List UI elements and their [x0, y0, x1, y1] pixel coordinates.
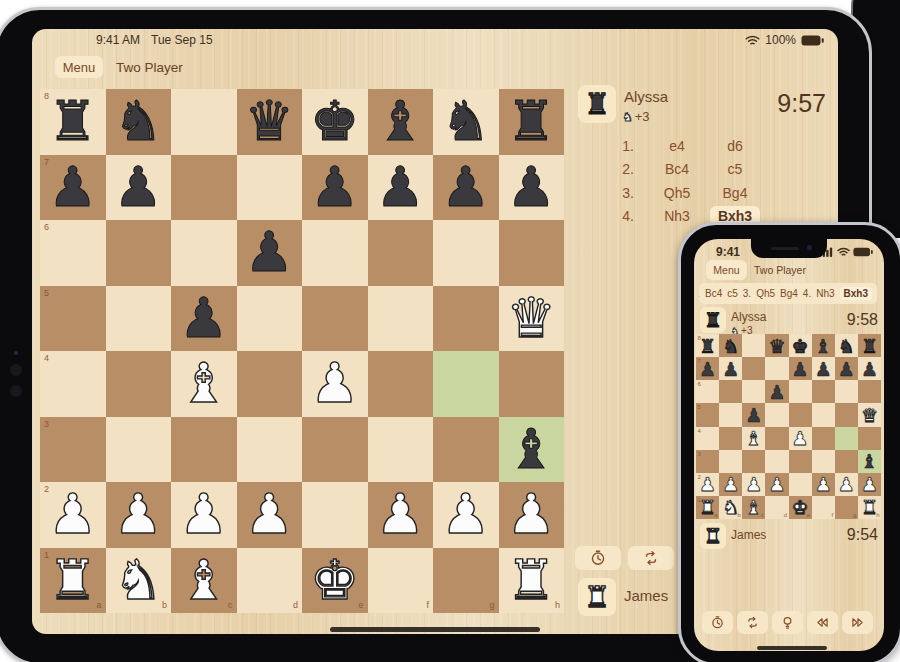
ipad-square-h4[interactable]	[499, 351, 565, 417]
iphone-square-a3[interactable]: 3	[696, 450, 719, 473]
iphone-square-a8[interactable]: 8♜	[696, 334, 719, 357]
move-number: 2.	[592, 161, 648, 177]
move-row: 1.e4d6	[592, 134, 764, 158]
ipad-square-c4[interactable]: ♝	[171, 351, 237, 417]
rank-label: 5	[44, 289, 49, 298]
ipad-square-e5[interactable]	[302, 286, 368, 352]
black-rook-piece: ♜	[696, 334, 719, 358]
white-pawn-piece: ♟	[765, 473, 788, 497]
black-knight-piece: ♞	[106, 89, 172, 159]
move-number: 4.	[803, 288, 811, 299]
iphone-square-e2[interactable]	[789, 473, 812, 496]
iphone-square-f7[interactable]: ♟	[812, 357, 835, 380]
white-rook-piece: ♜	[40, 548, 106, 618]
black-pawn-piece: ♟	[171, 286, 237, 356]
flip-board-button[interactable]	[628, 546, 674, 570]
white-knight-piece: ♞	[106, 548, 172, 618]
speaker-icon	[771, 247, 799, 250]
iphone-square-e8[interactable]: ♚	[789, 334, 812, 357]
wifi-icon	[745, 35, 760, 46]
file-label: f	[426, 601, 429, 610]
black-pawn-piece: ♟	[812, 357, 835, 381]
iphone-square-b4[interactable]	[719, 427, 742, 450]
battery-percent: 100%	[765, 33, 796, 47]
black-pawn-piece: ♟	[835, 357, 858, 381]
rank-label: 6	[44, 223, 49, 232]
iphone-square-d3[interactable]	[765, 450, 788, 473]
black-knight-piece: ♞	[835, 334, 858, 358]
black-player-name: Alyssa	[624, 88, 668, 105]
ipad-square-e1[interactable]: e♚	[302, 548, 368, 614]
ipad-square-c6[interactable]	[171, 220, 237, 286]
ipad-square-d2[interactable]: ♟	[237, 482, 303, 548]
iphone-square-e6[interactable]	[789, 380, 812, 403]
ipad-square-f7[interactable]: ♟	[368, 155, 434, 221]
iphone-square-b3[interactable]	[719, 450, 742, 473]
iphone-square-e4[interactable]: ♟	[789, 427, 812, 450]
ipad-square-b7[interactable]: ♟	[106, 155, 172, 221]
white-pawn-piece: ♟	[237, 482, 303, 552]
rank-label: 4	[44, 354, 49, 363]
page-title: Two Player	[116, 60, 183, 75]
black-pawn-piece: ♟	[106, 155, 172, 225]
white-pawn-piece: ♟	[368, 482, 434, 552]
timer-button[interactable]	[575, 546, 621, 570]
iphone-square-e3[interactable]	[789, 450, 812, 473]
iphone-square-d8[interactable]: ♛	[765, 334, 788, 357]
ipad-square-c3[interactable]	[171, 417, 237, 483]
iphone-square-h7[interactable]: ♟	[858, 357, 881, 380]
move-number: 3.	[743, 288, 751, 299]
move-row: 2.Bc4c5	[592, 158, 764, 182]
menu-button[interactable]: Menu	[706, 260, 747, 280]
clock-icon	[589, 549, 607, 567]
material-advantage: ♞ +3	[622, 109, 650, 124]
black-player-avatar: ♜	[578, 85, 616, 123]
ipad-status-bar-left: 9:41 AM Tue Sep 15	[96, 33, 213, 47]
file-label: g	[489, 601, 494, 610]
white-king-piece: ♚	[789, 496, 812, 520]
iphone-square-g4[interactable]	[835, 427, 858, 450]
ipad-square-h8[interactable]: ♜	[499, 89, 565, 155]
rank-label: 6	[698, 381, 701, 387]
black-bishop-piece: ♝	[812, 334, 835, 358]
iphone-square-h1[interactable]: h♜	[858, 496, 881, 519]
file-label: d	[293, 601, 298, 610]
iphone-square-a5[interactable]: 5	[696, 403, 719, 426]
iphone-square-a6[interactable]: 6	[696, 380, 719, 403]
black-pawn-piece: ♟	[302, 155, 368, 225]
iphone-square-g1[interactable]: g	[835, 496, 858, 519]
flip-icon	[745, 615, 760, 630]
iphone-chess-board: 8♜♞♛♚♝♞♜7♟♟♟♟♟♟6♟5♟♛4♝♟3♝2♟♟♟♟♟♟♟1a♜b♞c♝…	[696, 334, 881, 519]
white-bishop-piece: ♝	[742, 496, 765, 520]
white-pawn-piece: ♟	[789, 427, 812, 451]
iphone-move-strip[interactable]: 1.e4d62.Bc4c53.Qh5Bg44.Nh3Bxh3	[699, 283, 877, 304]
flip-board-button[interactable]	[737, 611, 768, 634]
black-pawn-piece: ♟	[696, 357, 719, 381]
ipad-status-bar-right: 100%	[745, 33, 824, 47]
ipad-square-f4[interactable]	[368, 351, 434, 417]
ipad-square-a5[interactable]: 5	[40, 286, 106, 352]
iphone-square-a7[interactable]: 7♟	[696, 357, 719, 380]
move-black[interactable]: d6	[706, 138, 764, 154]
iphone-square-b8[interactable]: ♞	[719, 334, 742, 357]
white-queen-piece: ♛	[499, 286, 565, 356]
white-pawn-piece: ♟	[719, 473, 742, 497]
white-bishop-piece: ♝	[742, 427, 765, 451]
ipad-square-f6[interactable]	[368, 220, 434, 286]
iphone-square-g5[interactable]	[835, 403, 858, 426]
white-rook-piece: ♜	[858, 496, 881, 520]
white-bishop-piece: ♝	[171, 351, 237, 421]
black-queen-piece: ♛	[765, 334, 788, 358]
iphone-square-e7[interactable]: ♟	[789, 357, 812, 380]
ipad-square-d5[interactable]	[237, 286, 303, 352]
ipad-square-d3[interactable]	[237, 417, 303, 483]
move-number: 4.	[592, 208, 648, 224]
ipad-square-f5[interactable]	[368, 286, 434, 352]
white-knight-piece: ♞	[719, 496, 742, 520]
iphone-square-d6[interactable]: ♟	[765, 380, 788, 403]
black-player-name: Alyssa	[731, 310, 766, 324]
black-player-avatar: ♜	[700, 307, 726, 333]
ipad-home-indicator[interactable]	[330, 627, 540, 632]
rank-label: 3	[698, 451, 701, 457]
ipad-square-g7[interactable]: ♟	[433, 155, 499, 221]
ipad-square-b2[interactable]: ♟	[106, 482, 172, 548]
clock-icon	[710, 615, 725, 630]
rank-label: 5	[698, 404, 701, 410]
camera-lens-icon	[14, 351, 18, 355]
file-label: g	[853, 512, 856, 518]
iphone-square-d4[interactable]	[765, 427, 788, 450]
iphone-square-c1[interactable]: c♝	[742, 496, 765, 519]
iphone-square-f3[interactable]	[812, 450, 835, 473]
iphone-square-b7[interactable]: ♟	[719, 357, 742, 380]
ipad-square-h7[interactable]: ♟	[499, 155, 565, 221]
iphone-square-c6[interactable]	[742, 380, 765, 403]
iphone-home-indicator[interactable]	[757, 646, 827, 650]
iphone-square-d1[interactable]: d	[765, 496, 788, 519]
ipad-square-h2[interactable]: ♟	[499, 482, 565, 548]
iphone-move-strip-text: 1.e4d62.Bc4c53.Qh5Bg44.Nh3Bxh3	[699, 283, 872, 304]
camera-dot-icon	[10, 385, 22, 397]
iphone-square-g2[interactable]: ♟	[835, 473, 858, 496]
move-san[interactable]: c5	[727, 288, 738, 299]
ipad-square-g6[interactable]	[433, 220, 499, 286]
white-player-name: James	[624, 587, 668, 604]
battery-icon	[801, 35, 824, 46]
black-king-piece: ♚	[302, 89, 368, 159]
white-pawn-piece: ♟	[696, 473, 719, 497]
white-pawn-piece: ♟	[106, 482, 172, 552]
ipad-square-a2[interactable]: 2♟	[40, 482, 106, 548]
iphone-square-c7[interactable]	[742, 357, 765, 380]
move-white[interactable]: Qh5	[648, 185, 706, 201]
iphone-square-f4[interactable]	[812, 427, 835, 450]
iphone-square-b5[interactable]	[719, 403, 742, 426]
white-pawn-piece: ♟	[433, 482, 499, 552]
ipad-square-a1[interactable]: 1a♜	[40, 548, 106, 614]
move-number: 3.	[592, 185, 648, 201]
iphone-square-f8[interactable]: ♝	[812, 334, 835, 357]
flip-icon	[642, 549, 660, 567]
camera-lens-icon	[807, 245, 812, 250]
status-time: 9:41 AM	[96, 33, 140, 47]
ipad-square-a8[interactable]: 8♜	[40, 89, 106, 155]
ipad-square-c7[interactable]	[171, 155, 237, 221]
black-pawn-piece: ♟	[40, 155, 106, 225]
timer-button[interactable]	[702, 611, 733, 634]
white-pawn-piece: ♟	[302, 351, 368, 421]
black-pawn-piece: ♟	[368, 155, 434, 225]
iphone-square-c8[interactable]	[742, 334, 765, 357]
menu-button[interactable]: Menu	[55, 56, 103, 78]
hint-button[interactable]	[772, 611, 803, 634]
ipad-square-d6[interactable]: ♟	[237, 220, 303, 286]
white-queen-piece: ♛	[858, 403, 881, 427]
iphone-square-f1[interactable]: f	[812, 496, 835, 519]
white-pawn-piece: ♟	[812, 473, 835, 497]
page-title: Two Player	[754, 264, 806, 276]
white-pawn-piece: ♟	[835, 473, 858, 497]
scene: 9:41 AM Tue Sep 15 100% Menu Tw	[0, 0, 900, 662]
black-king-piece: ♚	[789, 334, 812, 358]
camera-dot-icon	[10, 364, 22, 376]
ipad-square-f1[interactable]: f	[368, 548, 434, 614]
move-san[interactable]: Bg4	[780, 288, 798, 299]
iphone-square-f5[interactable]	[812, 403, 835, 426]
rank-label: 3	[44, 420, 49, 429]
ipad-square-h6[interactable]	[499, 220, 565, 286]
ipad-square-g1[interactable]: g	[433, 548, 499, 614]
advantage-value: +3	[635, 109, 650, 124]
iphone-toolbar	[702, 611, 873, 634]
ipad-square-e4[interactable]: ♟	[302, 351, 368, 417]
iphone-square-b1[interactable]: b♞	[719, 496, 742, 519]
white-player-clock: 9:54	[847, 526, 878, 544]
iphone-square-h3[interactable]: ♝	[858, 450, 881, 473]
ipad-square-h1[interactable]: h♜	[499, 548, 565, 614]
white-player-name: James	[731, 528, 766, 542]
ipad-front-camera	[10, 351, 24, 406]
iphone-square-g3[interactable]	[835, 450, 858, 473]
status-time: 9:41	[716, 245, 740, 259]
ipad-square-g5[interactable]	[433, 286, 499, 352]
wifi-icon	[837, 247, 850, 257]
white-king-piece: ♚	[302, 548, 368, 618]
rank-label: 4	[698, 428, 701, 434]
ipad-square-c8[interactable]	[171, 89, 237, 155]
iphone-square-g6[interactable]	[835, 380, 858, 403]
battery-icon	[853, 247, 873, 257]
ipad-square-d1[interactable]: d	[237, 548, 303, 614]
black-pawn-piece: ♟	[858, 357, 881, 381]
black-rook-piece: ♜	[499, 89, 565, 159]
iphone-square-d7[interactable]	[765, 357, 788, 380]
iphone-square-c3[interactable]	[742, 450, 765, 473]
white-pawn-piece: ♟	[40, 482, 106, 552]
iphone-square-a2[interactable]: 2♟	[696, 473, 719, 496]
iphone-square-a1[interactable]: 1a♜	[696, 496, 719, 519]
black-pawn-piece: ♟	[499, 155, 565, 225]
move-san[interactable]: Nh3	[816, 288, 834, 299]
move-row: 3.Qh5Bg4	[592, 181, 764, 205]
ipad-square-d4[interactable]	[237, 351, 303, 417]
white-pawn-piece: ♟	[742, 473, 765, 497]
iphone-square-h6[interactable]	[858, 380, 881, 403]
ipad-move-list: 1.e4d62.Bc4c53.Qh5Bg44.Nh3Bxh3	[592, 134, 764, 228]
ipad-chess-board: 8♜♞♛♚♝♞♜7♟♟♟♟♟♟6♟5♟♛4♝♟3♝2♟♟♟♟♟♟♟1a♜b♞c♝…	[40, 89, 564, 613]
ipad-square-e3[interactable]	[302, 417, 368, 483]
rewind-button[interactable]	[807, 611, 838, 634]
ipad-square-d8[interactable]: ♛	[237, 89, 303, 155]
black-queen-piece: ♛	[237, 89, 303, 159]
ipad-square-b3[interactable]	[106, 417, 172, 483]
iphone-square-g8[interactable]: ♞	[835, 334, 858, 357]
black-bishop-piece: ♝	[499, 417, 565, 487]
move-white[interactable]: e4	[648, 138, 706, 154]
ipad-square-a7[interactable]: 7♟	[40, 155, 106, 221]
ipad-square-e8[interactable]: ♚	[302, 89, 368, 155]
black-pawn-piece: ♟	[765, 380, 788, 404]
white-pawn-piece: ♟	[499, 482, 565, 552]
ipad-square-g4[interactable]	[433, 351, 499, 417]
ipad-square-c2[interactable]: ♟	[171, 482, 237, 548]
white-player-avatar: ♜	[700, 523, 726, 549]
iphone-square-g7[interactable]: ♟	[835, 357, 858, 380]
ipad-square-e7[interactable]: ♟	[302, 155, 368, 221]
knight-icon: ♞	[622, 110, 633, 124]
move-san[interactable]: Qh5	[756, 288, 775, 299]
ipad-square-b6[interactable]	[106, 220, 172, 286]
black-rook-piece: ♜	[40, 89, 106, 159]
file-label: f	[832, 512, 834, 518]
iphone-square-b6[interactable]	[719, 380, 742, 403]
ipad-square-a3[interactable]: 3	[40, 417, 106, 483]
ipad-square-e6[interactable]	[302, 220, 368, 286]
iphone-status-bar-right	[819, 247, 873, 257]
iphone-device: 9:41	[678, 222, 900, 662]
ipad-square-b5[interactable]	[106, 286, 172, 352]
ipad-square-g8[interactable]: ♞	[433, 89, 499, 155]
move-san[interactable]: Bc4	[705, 288, 722, 299]
move-number: 2.	[699, 288, 700, 299]
iphone-square-h4[interactable]	[858, 427, 881, 450]
ipad-square-f2[interactable]: ♟	[368, 482, 434, 548]
move-black[interactable]: c5	[706, 161, 764, 177]
black-knight-piece: ♞	[433, 89, 499, 159]
ipad-square-a6[interactable]: 6	[40, 220, 106, 286]
ipad-square-e2[interactable]	[302, 482, 368, 548]
move-number: 1.	[592, 138, 648, 154]
iphone-screen: 9:41	[694, 239, 884, 651]
ipad-square-b4[interactable]	[106, 351, 172, 417]
black-rook-piece: ♜	[858, 334, 881, 358]
status-date: Tue Sep 15	[151, 33, 213, 47]
iphone-square-c2[interactable]: ♟	[742, 473, 765, 496]
fast-forward-icon	[850, 615, 865, 630]
ipad-square-h3[interactable]: ♝	[499, 417, 565, 483]
iphone-square-b2[interactable]: ♟	[719, 473, 742, 496]
iphone-square-h5[interactable]: ♛	[858, 403, 881, 426]
white-rook-piece: ♜	[499, 548, 565, 618]
black-knight-piece: ♞	[719, 334, 742, 358]
ipad-square-h5[interactable]: ♛	[499, 286, 565, 352]
ipad-square-g2[interactable]: ♟	[433, 482, 499, 548]
ipad-square-d7[interactable]	[237, 155, 303, 221]
iphone-square-h8[interactable]: ♜	[858, 334, 881, 357]
move-white[interactable]: Bc4	[648, 161, 706, 177]
iphone-square-h2[interactable]: ♟	[858, 473, 881, 496]
move-white[interactable]: Nh3	[648, 208, 706, 224]
ipad-square-a4[interactable]: 4	[40, 351, 106, 417]
ipad-square-f8[interactable]: ♝	[368, 89, 434, 155]
ipad-square-b8[interactable]: ♞	[106, 89, 172, 155]
forward-button[interactable]	[842, 611, 873, 634]
ipad-square-f3[interactable]	[368, 417, 434, 483]
iphone-square-f6[interactable]	[812, 380, 835, 403]
ipad-square-c1[interactable]: c♝	[171, 548, 237, 614]
black-pawn-piece: ♟	[742, 403, 765, 427]
current-move-chip[interactable]: Bxh3	[840, 287, 872, 300]
iphone-square-f2[interactable]: ♟	[812, 473, 835, 496]
white-rook-piece: ♜	[696, 496, 719, 520]
iphone-square-e1[interactable]: e♚	[789, 496, 812, 519]
rewind-icon	[815, 615, 830, 630]
move-black[interactable]: Bg4	[706, 185, 764, 201]
black-player-clock: 9:57	[777, 89, 826, 118]
iphone-square-c4[interactable]: ♝	[742, 427, 765, 450]
ipad-square-c5[interactable]: ♟	[171, 286, 237, 352]
iphone-square-a4[interactable]: 4	[696, 427, 719, 450]
white-player-avatar: ♜	[578, 578, 616, 616]
black-player-clock: 9:58	[847, 311, 878, 329]
iphone-notch	[751, 239, 827, 258]
white-pawn-piece: ♟	[171, 482, 237, 552]
black-bishop-piece: ♝	[858, 450, 881, 474]
iphone-square-e5[interactable]	[789, 403, 812, 426]
iphone-square-d5[interactable]	[765, 403, 788, 426]
white-pawn-piece: ♟	[858, 473, 881, 497]
white-bishop-piece: ♝	[171, 548, 237, 618]
ipad-square-b1[interactable]: b♞	[106, 548, 172, 614]
iphone-square-c5[interactable]: ♟	[742, 403, 765, 426]
file-label: d	[784, 512, 787, 518]
black-pawn-piece: ♟	[433, 155, 499, 225]
black-bishop-piece: ♝	[368, 89, 434, 159]
lightbulb-icon	[780, 615, 795, 630]
iphone-square-d2[interactable]: ♟	[765, 473, 788, 496]
black-pawn-piece: ♟	[789, 357, 812, 381]
black-pawn-piece: ♟	[719, 357, 742, 381]
black-pawn-piece: ♟	[237, 220, 303, 290]
ipad-square-g3[interactable]	[433, 417, 499, 483]
